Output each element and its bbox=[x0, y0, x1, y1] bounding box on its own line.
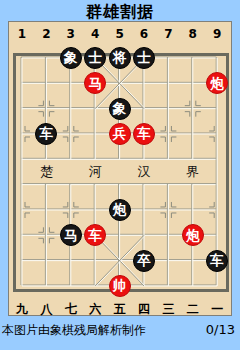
xiangqi-board[interactable]: 象士将士马炮象车兵车炮马车炮卒车帅 bbox=[10, 45, 230, 298]
piece-red-炮[interactable]: 炮 bbox=[182, 224, 204, 246]
piece-black-车[interactable]: 车 bbox=[206, 250, 228, 272]
piece-black-将[interactable]: 将 bbox=[109, 47, 131, 69]
file-label-top-5: 5 bbox=[115, 27, 123, 41]
piece-red-兵[interactable]: 兵 bbox=[109, 123, 131, 145]
piece-black-象[interactable]: 象 bbox=[109, 98, 131, 120]
piece-red-马[interactable]: 马 bbox=[84, 72, 106, 94]
file-label-bottom-3: 七 bbox=[65, 301, 77, 318]
file-label-bottom-5: 五 bbox=[114, 301, 126, 318]
piece-black-士[interactable]: 士 bbox=[84, 47, 106, 69]
piece-red-车[interactable]: 车 bbox=[84, 224, 106, 246]
file-label-top-2: 2 bbox=[42, 27, 50, 41]
piece-black-卒[interactable]: 卒 bbox=[133, 250, 155, 272]
file-label-top-1: 1 bbox=[18, 27, 26, 41]
piece-red-炮[interactable]: 炮 bbox=[206, 72, 228, 94]
piece-red-帅[interactable]: 帅 bbox=[109, 275, 131, 297]
piece-red-车[interactable]: 车 bbox=[133, 123, 155, 145]
piece-black-车[interactable]: 车 bbox=[35, 123, 57, 145]
file-label-bottom-9: 一 bbox=[211, 301, 223, 318]
file-label-bottom-2: 八 bbox=[40, 301, 52, 318]
piece-black-炮[interactable]: 炮 bbox=[109, 199, 131, 221]
file-label-top-8: 8 bbox=[189, 27, 197, 41]
file-label-top-7: 7 bbox=[164, 27, 172, 41]
file-label-top-9: 9 bbox=[213, 27, 221, 41]
piece-black-象[interactable]: 象 bbox=[60, 47, 82, 69]
app-window: 群雄割据 123456789 九八七六五四三二一 楚河汉界 象士将士马炮象车兵车… bbox=[0, 0, 240, 350]
file-label-bottom-7: 三 bbox=[162, 301, 174, 318]
file-label-bottom-8: 二 bbox=[187, 301, 199, 318]
piece-black-马[interactable]: 马 bbox=[60, 224, 82, 246]
file-label-bottom-1: 九 bbox=[16, 301, 28, 318]
piece-black-士[interactable]: 士 bbox=[133, 47, 155, 69]
file-label-bottom-6: 四 bbox=[138, 301, 150, 318]
file-label-top-4: 4 bbox=[91, 27, 99, 41]
file-label-top-6: 6 bbox=[140, 27, 148, 41]
file-label-bottom-4: 六 bbox=[89, 301, 101, 318]
file-label-top-3: 3 bbox=[67, 27, 75, 41]
